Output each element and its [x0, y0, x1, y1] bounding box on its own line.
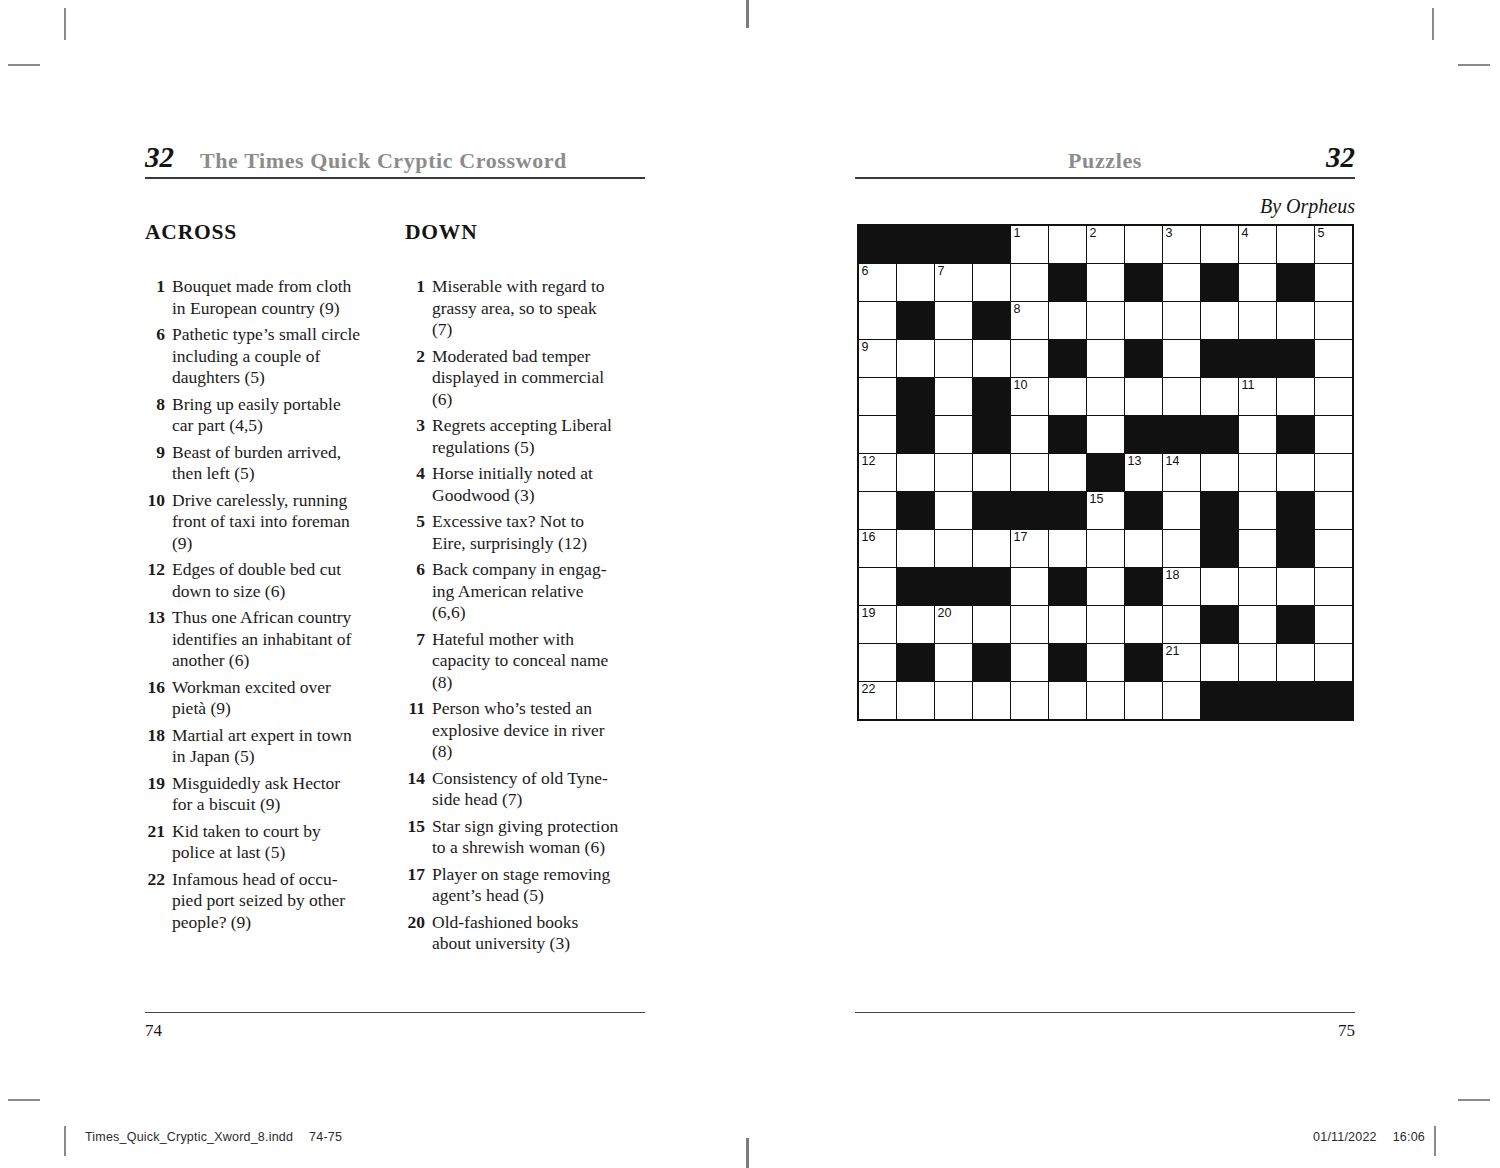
crop-mark	[1434, 1126, 1436, 1156]
clue-line: (6)	[432, 389, 604, 411]
clue-line: car part (4,5)	[172, 415, 341, 437]
grid-cell[interactable]	[1201, 568, 1238, 605]
grid-cell[interactable]: 19	[859, 606, 896, 643]
clue-number: 4	[405, 463, 425, 506]
grid-cell[interactable]: 20	[935, 606, 972, 643]
clue-text: Hateful mother withcapacity to conceal n…	[432, 629, 608, 694]
print-filename: Times_Quick_Cryptic_Xword_8.indd	[85, 1130, 293, 1144]
clue-line: Drive carelessly, running	[172, 490, 350, 512]
grid-cell[interactable]	[1087, 568, 1124, 605]
crop-mark	[8, 1099, 40, 1101]
clue-number: 6	[405, 559, 425, 624]
grid-cell-black	[859, 226, 896, 263]
clue-line: Back company in engag-	[432, 559, 606, 581]
clue-line: agent’s head (5)	[432, 885, 610, 907]
clue-number: 22	[145, 869, 165, 934]
grid-cell[interactable]	[1239, 416, 1276, 453]
clue-line: people? (9)	[172, 912, 345, 934]
crop-mark	[1458, 64, 1490, 66]
grid-cell[interactable]	[1125, 302, 1162, 339]
grid-cell-black	[1277, 340, 1314, 377]
clue-text: Old-fashioned booksabout university (3)	[432, 912, 578, 955]
grid-cell[interactable]	[935, 302, 972, 339]
grid-cell[interactable]	[1239, 606, 1276, 643]
clue-line: including a couple of	[172, 346, 360, 368]
grid-cell[interactable]	[935, 454, 972, 491]
clue: 5Excessive tax? Not toEire, surprisingly…	[405, 511, 655, 554]
grid-cell[interactable]	[973, 340, 1010, 377]
grid-cell[interactable]	[1315, 492, 1352, 529]
grid-cell-black	[1201, 416, 1238, 453]
grid-cell[interactable]	[859, 492, 896, 529]
grid-cell-black	[897, 302, 934, 339]
clue-line: front of taxi into foreman	[172, 511, 350, 533]
crop-mark	[8, 64, 40, 66]
clue-line: ing American relative	[432, 581, 606, 603]
clue-number: 18	[145, 725, 165, 768]
clue-line: Regrets accepting Liberal	[432, 415, 612, 437]
clue-line: daughters (5)	[172, 367, 360, 389]
clue-text: Moderated bad temperdisplayed in commerc…	[432, 346, 604, 411]
grid-cell[interactable]: 3	[1163, 226, 1200, 263]
grid-cell[interactable]	[935, 416, 972, 453]
clue-number: 10	[145, 490, 165, 555]
grid-cell[interactable]: 21	[1163, 644, 1200, 681]
grid-cell[interactable]	[1277, 644, 1314, 681]
grid-cell[interactable]	[1315, 264, 1352, 301]
clue-number: 7	[405, 629, 425, 694]
grid-cell[interactable]	[935, 378, 972, 415]
clue-text: Horse initially noted atGoodwood (3)	[432, 463, 593, 506]
clue-text: Drive carelessly, runningfront of taxi i…	[172, 490, 350, 555]
cell-number: 1	[1014, 226, 1021, 241]
clue: 11Person who’s tested anexplosive device…	[405, 698, 655, 763]
grid-cell-black	[1049, 644, 1086, 681]
clue: 4Horse initially noted atGoodwood (3)	[405, 463, 655, 506]
grid-cell[interactable]	[1239, 264, 1276, 301]
grid-cell-black	[1049, 568, 1086, 605]
clue-line: Eire, surprisingly (12)	[432, 533, 587, 555]
grid-cell-black	[1277, 416, 1314, 453]
clue-line: capacity to conceal name	[432, 650, 608, 672]
clue-line: Moderated bad temper	[432, 346, 604, 368]
grid-cell[interactable]: 16	[859, 530, 896, 567]
grid-cell[interactable]	[1125, 606, 1162, 643]
clue-line: displayed in commercial	[432, 367, 604, 389]
grid-cell-black	[1011, 492, 1048, 529]
grid-cell-black	[897, 568, 934, 605]
grid-cell[interactable]	[1315, 302, 1352, 339]
grid-cell[interactable]	[935, 682, 972, 719]
grid-cell-black	[897, 378, 934, 415]
grid-cell[interactable]	[897, 606, 934, 643]
clue-text: Excessive tax? Not toEire, surprisingly …	[432, 511, 587, 554]
cell-number: 13	[1128, 454, 1142, 469]
center-registration-mark	[746, 1138, 749, 1168]
grid-cell[interactable]	[1163, 682, 1200, 719]
grid-cell-black	[935, 568, 972, 605]
clue-line: Bring up easily portable	[172, 394, 341, 416]
across-heading: ACROSS	[145, 220, 237, 245]
grid-cell[interactable]	[1049, 378, 1086, 415]
clue: 22Infamous head of occu-pied port seized…	[145, 869, 395, 934]
clue: 15Star sign giving protectionto a shrewi…	[405, 816, 655, 859]
clue-line: Old-fashioned books	[432, 912, 578, 934]
grid-cell[interactable]	[1087, 682, 1124, 719]
grid-cell[interactable]: 13	[1125, 454, 1162, 491]
grid-cell[interactable]	[1049, 226, 1086, 263]
page-number-right: 75	[1255, 1021, 1355, 1041]
grid-cell[interactable]	[1239, 492, 1276, 529]
clue-line: Infamous head of occu-	[172, 869, 345, 891]
grid-cell[interactable]: 12	[859, 454, 896, 491]
grid-cell[interactable]	[1239, 530, 1276, 567]
grid-cell[interactable]: 1	[1011, 226, 1048, 263]
grid-cell[interactable]	[1163, 264, 1200, 301]
clue-number: 11	[405, 698, 425, 763]
cell-number: 8	[1014, 302, 1021, 317]
cell-number: 2	[1090, 226, 1097, 241]
grid-cell[interactable]	[1011, 264, 1048, 301]
crop-mark	[64, 8, 66, 40]
clue-text: Bring up easily portablecar part (4,5)	[172, 394, 341, 437]
grid-cell-black	[1087, 454, 1124, 491]
cell-number: 19	[862, 606, 876, 621]
grid-cell-black	[1277, 264, 1314, 301]
grid-cell[interactable]	[1087, 530, 1124, 567]
grid-cell-black	[973, 378, 1010, 415]
puzzle-number-right: 32	[1255, 141, 1355, 174]
clue-number: 5	[405, 511, 425, 554]
grid-cell[interactable]	[935, 340, 972, 377]
clue-number: 1	[405, 276, 425, 341]
grid-cell-black	[897, 226, 934, 263]
grid-cell[interactable]	[1125, 682, 1162, 719]
grid-cell[interactable]	[1277, 378, 1314, 415]
grid-cell[interactable]: 10	[1011, 378, 1048, 415]
grid-cell[interactable]	[973, 682, 1010, 719]
clue: 21Kid taken to court bypolice at last (5…	[145, 821, 395, 864]
grid-cell-black	[1239, 340, 1276, 377]
grid-cell[interactable]	[1049, 606, 1086, 643]
grid-cell-black	[1239, 682, 1276, 719]
clue: 16Workman excited overpietà (9)	[145, 677, 395, 720]
cell-number: 20	[938, 606, 952, 621]
grid-cell[interactable]	[1087, 378, 1124, 415]
grid-cell[interactable]	[1315, 530, 1352, 567]
grid-cell-black	[1125, 644, 1162, 681]
grid-cell[interactable]	[897, 340, 934, 377]
grid-cell[interactable]: 8	[1011, 302, 1048, 339]
clue-line: Horse initially noted at	[432, 463, 593, 485]
clue-line: Thus one African country	[172, 607, 351, 629]
grid-cell[interactable]	[897, 530, 934, 567]
grid-cell-black	[1049, 416, 1086, 453]
grid-cell[interactable]	[1049, 302, 1086, 339]
down-heading: DOWN	[405, 220, 477, 245]
center-registration-mark	[746, 0, 749, 28]
grid-cell[interactable]	[1125, 226, 1162, 263]
clue-number: 2	[405, 346, 425, 411]
grid-cell[interactable]	[1201, 644, 1238, 681]
grid-cell[interactable]	[1277, 302, 1314, 339]
grid-cell[interactable]	[1087, 264, 1124, 301]
clue-line: Excessive tax? Not to	[432, 511, 587, 533]
clue-text: Regrets accepting Liberalregulations (5)	[432, 415, 612, 458]
clue-line: (8)	[432, 741, 605, 763]
clue-text: Edges of double bed cutdown to size (6)	[172, 559, 341, 602]
grid-cell[interactable]	[1201, 226, 1238, 263]
clue-text: Martial art expert in townin Japan (5)	[172, 725, 352, 768]
grid-cell[interactable]	[1011, 416, 1048, 453]
clue-line: Consistency of old Tyne-	[432, 768, 608, 790]
grid-cell-black	[973, 302, 1010, 339]
clue-line: Beast of burden arrived,	[172, 442, 341, 464]
grid-cell-black	[897, 416, 934, 453]
grid-cell[interactable]	[859, 644, 896, 681]
grid-cell[interactable]	[1011, 606, 1048, 643]
footer-rule-left	[145, 1012, 645, 1013]
grid-cell-black	[935, 226, 972, 263]
clue-line: (9)	[172, 533, 350, 555]
grid-cell[interactable]	[1315, 568, 1352, 605]
clue: 10Drive carelessly, runningfront of taxi…	[145, 490, 395, 555]
grid-cell[interactable]: 14	[1163, 454, 1200, 491]
grid-cell-black	[1315, 682, 1352, 719]
clue-line: (8)	[432, 672, 608, 694]
grid-cell[interactable]	[973, 264, 1010, 301]
clue-line: Pathetic type’s small circle	[172, 324, 360, 346]
grid-cell[interactable]	[1011, 454, 1048, 491]
grid-cell[interactable]	[1087, 340, 1124, 377]
grid-cell[interactable]: 7	[935, 264, 972, 301]
clue-line: Bouquet made from cloth	[172, 276, 351, 298]
grid-cell[interactable]	[897, 264, 934, 301]
grid-cell[interactable]	[1011, 644, 1048, 681]
cell-number: 21	[1166, 644, 1180, 659]
clue-text: Misguidedly ask Hectorfor a biscuit (9)	[172, 773, 340, 816]
grid-cell[interactable]	[973, 454, 1010, 491]
clue-number: 16	[145, 677, 165, 720]
grid-cell-black	[1277, 492, 1314, 529]
grid-cell-black	[1201, 340, 1238, 377]
clue: 19Misguidedly ask Hectorfor a biscuit (9…	[145, 773, 395, 816]
grid-cell-black	[973, 226, 1010, 263]
clue: 3Regrets accepting Liberalregulations (5…	[405, 415, 655, 458]
grid-cell[interactable]	[1087, 644, 1124, 681]
grid-cell-black	[1125, 492, 1162, 529]
clue-line: grassy area, so to speak	[432, 298, 605, 320]
grid-cell[interactable]	[859, 302, 896, 339]
clue-line: Star sign giving protection	[432, 816, 618, 838]
grid-cell-black	[1201, 682, 1238, 719]
grid-cell[interactable]	[859, 416, 896, 453]
cell-number: 7	[938, 264, 945, 279]
grid-cell[interactable]	[1315, 606, 1352, 643]
book-spread-scan: 32 The Times Quick Cryptic Crossword Puz…	[0, 0, 1500, 1168]
clue: 1Miserable with regard tograssy area, so…	[405, 276, 655, 341]
clue-number: 8	[145, 394, 165, 437]
clue-number: 1	[145, 276, 165, 319]
grid-cell[interactable]	[1049, 530, 1086, 567]
cell-number: 3	[1166, 226, 1173, 241]
clue: 13Thus one African countryidentifies an …	[145, 607, 395, 672]
grid-cell[interactable]	[1201, 378, 1238, 415]
clue-number: 14	[405, 768, 425, 811]
clue-line: to a shrewish woman (6)	[432, 837, 618, 859]
grid-cell[interactable]	[1049, 454, 1086, 491]
clue-line: about university (3)	[432, 933, 578, 955]
grid-cell[interactable]	[1011, 340, 1048, 377]
clue-number: 13	[145, 607, 165, 672]
grid-cell[interactable]	[1011, 568, 1048, 605]
grid-cell[interactable]: 17	[1011, 530, 1048, 567]
clue: 14Consistency of old Tyne-side head (7)	[405, 768, 655, 811]
cell-number: 9	[862, 340, 869, 355]
grid-cell[interactable]: 9	[859, 340, 896, 377]
crop-mark	[1432, 8, 1434, 40]
cell-number: 15	[1090, 492, 1104, 507]
grid-cell[interactable]	[1315, 416, 1352, 453]
grid-cell[interactable]	[1201, 302, 1238, 339]
grid-cell-black	[1049, 340, 1086, 377]
clue-text: Bouquet made from clothin European count…	[172, 276, 351, 319]
grid-cell[interactable]	[1315, 644, 1352, 681]
setter-byline: By Orpheus	[1055, 195, 1355, 218]
print-time: 16:06	[1393, 1130, 1425, 1144]
print-slug-right: 01/11/202216:06	[1225, 1130, 1425, 1144]
clue-text: Pathetic type’s small circleincluding a …	[172, 324, 360, 389]
grid-cell-black	[1049, 264, 1086, 301]
grid-cell[interactable]: 5	[1315, 226, 1352, 263]
grid-cell-black	[1277, 682, 1314, 719]
grid-cell[interactable]	[1011, 682, 1048, 719]
book-title: The Times Quick Cryptic Crossword	[200, 148, 567, 174]
print-page-range: 74-75	[309, 1130, 342, 1144]
grid-cell[interactable]	[859, 568, 896, 605]
grid-cell[interactable]	[973, 530, 1010, 567]
clue-text: Player on stage removingagent’s head (5)	[432, 864, 610, 907]
cell-number: 12	[862, 454, 876, 469]
grid-cell[interactable]	[1163, 378, 1200, 415]
grid-cell[interactable]	[1315, 340, 1352, 377]
header-rule-left	[145, 177, 645, 179]
clue-text: Miserable with regard tograssy area, so …	[432, 276, 605, 341]
grid-cell[interactable]	[1163, 302, 1200, 339]
clue-number: 3	[405, 415, 425, 458]
grid-cell[interactable]: 18	[1163, 568, 1200, 605]
clue-line: Goodwood (3)	[432, 485, 593, 507]
grid-cell[interactable]: 4	[1239, 226, 1276, 263]
down-clue-list: 1Miserable with regard tograssy area, so…	[405, 276, 655, 960]
grid-cell[interactable]: 2	[1087, 226, 1124, 263]
clue-number: 20	[405, 912, 425, 955]
clue-line: (6,6)	[432, 602, 606, 624]
grid-cell-black	[973, 644, 1010, 681]
clue-line: police at last (5)	[172, 842, 321, 864]
grid-cell[interactable]	[1087, 606, 1124, 643]
clue: 18Martial art expert in townin Japan (5)	[145, 725, 395, 768]
cell-number: 4	[1242, 226, 1249, 241]
clue-line: down to size (6)	[172, 581, 341, 603]
clue-line: then left (5)	[172, 463, 341, 485]
grid-cell[interactable]	[1239, 568, 1276, 605]
clue: 20Old-fashioned booksabout university (3…	[405, 912, 655, 955]
grid-cell[interactable]	[1163, 340, 1200, 377]
clue: 2Moderated bad temperdisplayed in commer…	[405, 346, 655, 411]
page-number-left: 74	[145, 1021, 162, 1041]
grid-cell[interactable]	[1049, 682, 1086, 719]
cell-number: 17	[1014, 530, 1028, 545]
grid-cell[interactable]	[1163, 492, 1200, 529]
clue-line: Martial art expert in town	[172, 725, 352, 747]
clue-text: Infamous head of occu-pied port seized b…	[172, 869, 345, 934]
clue-text: Star sign giving protectionto a shrewish…	[432, 816, 618, 859]
grid-cell[interactable]	[1277, 568, 1314, 605]
grid-cell[interactable]	[1201, 454, 1238, 491]
grid-cell[interactable]	[1239, 644, 1276, 681]
grid-cell-black	[1201, 264, 1238, 301]
grid-cell[interactable]	[935, 530, 972, 567]
grid-cell[interactable]: 11	[1239, 378, 1276, 415]
grid-cell[interactable]	[897, 454, 934, 491]
grid-cell[interactable]	[1163, 530, 1200, 567]
crop-mark	[1458, 1099, 1490, 1101]
clue: 12Edges of double bed cutdown to size (6…	[145, 559, 395, 602]
clue: 8Bring up easily portablecar part (4,5)	[145, 394, 395, 437]
clue-line: (7)	[432, 319, 605, 341]
cell-number: 10	[1014, 378, 1028, 393]
print-slug-left: Times_Quick_Cryptic_Xword_8.indd74-75	[85, 1130, 342, 1144]
clue-line: explosive device in river	[432, 720, 605, 742]
cell-number: 16	[862, 530, 876, 545]
clue-line: Kid taken to court by	[172, 821, 321, 843]
header-rule-right	[855, 177, 1355, 179]
grid-cell[interactable]	[1163, 606, 1200, 643]
grid-cell[interactable]	[1239, 454, 1276, 491]
grid-cell[interactable]: 6	[859, 264, 896, 301]
grid-cell[interactable]	[1277, 454, 1314, 491]
grid-cell[interactable]	[897, 682, 934, 719]
grid-cell[interactable]	[1277, 226, 1314, 263]
grid-cell[interactable]	[935, 492, 972, 529]
grid-cell[interactable]	[1087, 416, 1124, 453]
grid-cell[interactable]	[1315, 378, 1352, 415]
grid-cell[interactable]	[1315, 454, 1352, 491]
grid-cell[interactable]	[1239, 302, 1276, 339]
grid-cell[interactable]	[1087, 302, 1124, 339]
clue-text: Consistency of old Tyne-side head (7)	[432, 768, 608, 811]
grid-cell[interactable]: 22	[859, 682, 896, 719]
grid-cell[interactable]: 15	[1087, 492, 1124, 529]
grid-cell-black	[1277, 530, 1314, 567]
clue: 17Player on stage removingagent’s head (…	[405, 864, 655, 907]
grid-cell-black	[897, 492, 934, 529]
grid-cell[interactable]	[973, 606, 1010, 643]
clue-line: in European country (9)	[172, 298, 351, 320]
grid-cell-black	[1049, 492, 1086, 529]
grid-cell[interactable]	[859, 378, 896, 415]
clue-text: Beast of burden arrived,then left (5)	[172, 442, 341, 485]
grid-cell[interactable]	[1125, 378, 1162, 415]
grid-cell[interactable]	[1125, 530, 1162, 567]
clue-line: pietà (9)	[172, 698, 331, 720]
grid-cell-black	[973, 416, 1010, 453]
grid-cell-black	[897, 644, 934, 681]
cell-number: 22	[862, 682, 876, 697]
grid-cell-black	[1125, 416, 1162, 453]
grid-cell[interactable]	[935, 644, 972, 681]
